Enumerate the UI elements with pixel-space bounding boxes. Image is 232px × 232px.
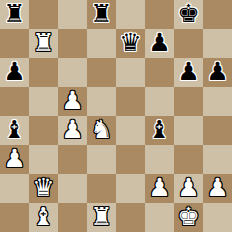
white-pawn-icon[interactable]: ♟ — [61, 115, 83, 144]
square-h6[interactable]: ♟ — [203, 58, 232, 87]
square-e5[interactable] — [116, 87, 145, 116]
square-e6[interactable] — [116, 58, 145, 87]
square-h5[interactable] — [203, 87, 232, 116]
square-b5[interactable] — [29, 87, 58, 116]
square-g7[interactable] — [174, 29, 203, 58]
white-pawn-icon[interactable]: ♟ — [148, 173, 170, 202]
square-g5[interactable] — [174, 87, 203, 116]
square-e4[interactable] — [116, 116, 145, 145]
black-pawn-icon[interactable]: ♟ — [3, 57, 25, 86]
square-d1[interactable]: ♜ — [87, 203, 116, 232]
black-queen-icon[interactable]: ♛ — [119, 28, 141, 57]
square-f1[interactable] — [145, 203, 174, 232]
square-a7[interactable] — [0, 29, 29, 58]
square-c8[interactable] — [58, 0, 87, 29]
black-rook-icon[interactable]: ♜ — [90, 0, 112, 28]
square-g8[interactable]: ♚ — [174, 0, 203, 29]
square-e1[interactable] — [116, 203, 145, 232]
square-a5[interactable] — [0, 87, 29, 116]
square-g6[interactable]: ♟ — [174, 58, 203, 87]
square-g3[interactable] — [174, 145, 203, 174]
square-d8[interactable]: ♜ — [87, 0, 116, 29]
square-h2[interactable]: ♟ — [203, 174, 232, 203]
white-pawn-icon[interactable]: ♟ — [61, 86, 83, 115]
black-pawn-icon[interactable]: ♟ — [177, 57, 199, 86]
black-pawn-icon[interactable]: ♟ — [148, 28, 170, 57]
square-g1[interactable]: ♚ — [174, 203, 203, 232]
black-rook-icon[interactable]: ♜ — [3, 0, 25, 28]
square-d5[interactable] — [87, 87, 116, 116]
black-king-icon[interactable]: ♚ — [177, 0, 199, 28]
square-d4[interactable]: ♞ — [87, 116, 116, 145]
square-e2[interactable] — [116, 174, 145, 203]
square-a1[interactable] — [0, 203, 29, 232]
square-f4[interactable]: ♝ — [145, 116, 174, 145]
square-c7[interactable] — [58, 29, 87, 58]
square-e7[interactable]: ♛ — [116, 29, 145, 58]
square-h3[interactable] — [203, 145, 232, 174]
square-d7[interactable] — [87, 29, 116, 58]
square-e3[interactable] — [116, 145, 145, 174]
white-knight-icon[interactable]: ♞ — [90, 115, 112, 144]
square-e8[interactable] — [116, 0, 145, 29]
square-a8[interactable]: ♜ — [0, 0, 29, 29]
square-d6[interactable] — [87, 58, 116, 87]
square-f5[interactable] — [145, 87, 174, 116]
square-b8[interactable] — [29, 0, 58, 29]
black-pawn-icon[interactable]: ♟ — [206, 57, 228, 86]
black-bishop-icon[interactable]: ♝ — [148, 115, 170, 144]
square-f7[interactable]: ♟ — [145, 29, 174, 58]
square-f2[interactable]: ♟ — [145, 174, 174, 203]
square-f8[interactable] — [145, 0, 174, 29]
square-g4[interactable] — [174, 116, 203, 145]
white-queen-icon[interactable]: ♛ — [32, 173, 54, 202]
white-king-icon[interactable]: ♚ — [177, 202, 199, 231]
square-a6[interactable]: ♟ — [0, 58, 29, 87]
square-h4[interactable] — [203, 116, 232, 145]
white-rook-icon[interactable]: ♜ — [32, 28, 54, 57]
square-a3[interactable]: ♟ — [0, 145, 29, 174]
square-b2[interactable]: ♛ — [29, 174, 58, 203]
square-f3[interactable] — [145, 145, 174, 174]
square-h8[interactable] — [203, 0, 232, 29]
square-b1[interactable]: ♝ — [29, 203, 58, 232]
square-c1[interactable] — [58, 203, 87, 232]
chess-board: ♜♜♚♜♛♟♟♟♟♟♝♟♞♝♟♛♟♟♟♝♜♚ — [0, 0, 232, 232]
square-c4[interactable]: ♟ — [58, 116, 87, 145]
square-a2[interactable] — [0, 174, 29, 203]
white-rook-icon[interactable]: ♜ — [90, 202, 112, 231]
square-h1[interactable] — [203, 203, 232, 232]
square-g2[interactable]: ♟ — [174, 174, 203, 203]
square-f6[interactable] — [145, 58, 174, 87]
black-bishop-icon[interactable]: ♝ — [3, 115, 25, 144]
white-bishop-icon[interactable]: ♝ — [32, 202, 54, 231]
white-pawn-icon[interactable]: ♟ — [177, 173, 199, 202]
square-b6[interactable] — [29, 58, 58, 87]
white-pawn-icon[interactable]: ♟ — [206, 173, 228, 202]
square-d2[interactable] — [87, 174, 116, 203]
square-c5[interactable]: ♟ — [58, 87, 87, 116]
square-b3[interactable] — [29, 145, 58, 174]
square-b7[interactable]: ♜ — [29, 29, 58, 58]
square-c3[interactable] — [58, 145, 87, 174]
white-pawn-icon[interactable]: ♟ — [3, 144, 25, 173]
square-b4[interactable] — [29, 116, 58, 145]
square-c2[interactable] — [58, 174, 87, 203]
square-a4[interactable]: ♝ — [0, 116, 29, 145]
square-d3[interactable] — [87, 145, 116, 174]
square-h7[interactable] — [203, 29, 232, 58]
square-c6[interactable] — [58, 58, 87, 87]
